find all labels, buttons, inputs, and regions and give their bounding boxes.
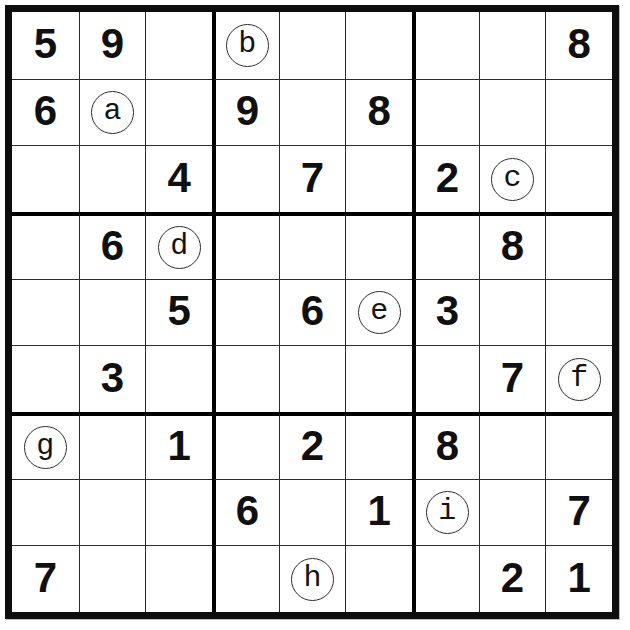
given-digit: 5 — [167, 290, 190, 332]
cell-r6c7[interactable] — [412, 345, 479, 412]
cell-r8c2[interactable] — [79, 479, 146, 546]
given-digit: 9 — [101, 23, 124, 65]
cell-r4c1[interactable] — [12, 212, 79, 279]
given-digit: 7 — [34, 557, 57, 599]
given-digit: 6 — [101, 225, 124, 267]
circled-letter-g: g — [24, 426, 67, 469]
sudoku-page: 59b86a98472c6d856e337fg12861i77h21 — [0, 0, 630, 630]
cell-r8c6[interactable]: 1 — [345, 479, 412, 546]
circled-letter-i: i — [426, 491, 469, 534]
given-digit: 1 — [167, 425, 190, 467]
cell-r3c5[interactable]: 7 — [279, 145, 346, 212]
given-digit: 6 — [301, 290, 324, 332]
cell-r2c9[interactable] — [545, 79, 612, 146]
cell-r1c1[interactable]: 5 — [12, 12, 79, 79]
cell-r7c8[interactable] — [479, 412, 546, 479]
cell-r5c3[interactable]: 5 — [145, 279, 212, 346]
cell-r1c3[interactable] — [145, 12, 212, 79]
cell-r7c2[interactable] — [79, 412, 146, 479]
cell-r8c4[interactable]: 6 — [212, 479, 279, 546]
circled-letter-d: d — [158, 226, 201, 269]
cell-r5c6[interactable]: e — [345, 279, 412, 346]
cell-r5c4[interactable] — [212, 279, 279, 346]
circled-letter-a: a — [91, 91, 134, 134]
cell-r4c6[interactable] — [345, 212, 412, 279]
cell-r9c9[interactable]: 1 — [545, 545, 612, 612]
cell-r2c5[interactable] — [279, 79, 346, 146]
given-digit: 1 — [567, 557, 590, 599]
cell-r8c1[interactable] — [12, 479, 79, 546]
cell-r3c7[interactable]: 2 — [412, 145, 479, 212]
cell-r8c8[interactable] — [479, 479, 546, 546]
cell-r8c3[interactable] — [145, 479, 212, 546]
cell-r9c4[interactable] — [212, 545, 279, 612]
given-digit: 2 — [301, 425, 324, 467]
cell-r9c6[interactable] — [345, 545, 412, 612]
cell-r7c1[interactable]: g — [12, 412, 79, 479]
given-digit: 7 — [501, 357, 524, 399]
cell-r2c1[interactable]: 6 — [12, 79, 79, 146]
cell-r9c8[interactable]: 2 — [479, 545, 546, 612]
cell-r2c4[interactable]: 9 — [212, 79, 279, 146]
cell-r9c3[interactable] — [145, 545, 212, 612]
cell-r3c6[interactable] — [345, 145, 412, 212]
cell-r6c9[interactable]: f — [545, 345, 612, 412]
cell-r1c8[interactable] — [479, 12, 546, 79]
cell-r7c7[interactable]: 8 — [412, 412, 479, 479]
sudoku-board: 59b86a98472c6d856e337fg12861i77h21 — [5, 5, 619, 619]
given-digit: 8 — [501, 225, 524, 267]
cell-r5c2[interactable] — [79, 279, 146, 346]
given-digit: 1 — [367, 490, 390, 532]
cell-r5c1[interactable] — [12, 279, 79, 346]
circled-letter-c: c — [491, 158, 534, 201]
cell-r4c3[interactable]: d — [145, 212, 212, 279]
cell-r4c5[interactable] — [279, 212, 346, 279]
cell-r6c5[interactable] — [279, 345, 346, 412]
cell-r3c2[interactable] — [79, 145, 146, 212]
cell-r5c5[interactable]: 6 — [279, 279, 346, 346]
circled-letter-b: b — [226, 24, 269, 67]
cell-r9c7[interactable] — [412, 545, 479, 612]
given-digit: 9 — [236, 90, 259, 132]
cell-r3c9[interactable] — [545, 145, 612, 212]
given-digit: 8 — [436, 425, 459, 467]
cell-r7c6[interactable] — [345, 412, 412, 479]
cell-r1c2[interactable]: 9 — [79, 12, 146, 79]
given-digit: 8 — [367, 90, 390, 132]
circled-letter-f: f — [558, 358, 601, 401]
cell-r2c7[interactable] — [412, 79, 479, 146]
cell-r8c5[interactable] — [279, 479, 346, 546]
cell-r4c2[interactable]: 6 — [79, 212, 146, 279]
cell-r2c3[interactable] — [145, 79, 212, 146]
cell-r8c9[interactable]: 7 — [545, 479, 612, 546]
cell-r6c2[interactable]: 3 — [79, 345, 146, 412]
cell-r6c6[interactable] — [345, 345, 412, 412]
given-digit: 5 — [34, 23, 57, 65]
cell-r2c8[interactable] — [479, 79, 546, 146]
given-digit: 3 — [101, 357, 124, 399]
circled-letter-e: e — [358, 291, 401, 334]
cell-r7c9[interactable] — [545, 412, 612, 479]
circled-letter-h: h — [291, 558, 334, 601]
cell-r4c4[interactable] — [212, 212, 279, 279]
given-digit: 6 — [34, 90, 57, 132]
given-digit: 7 — [301, 157, 324, 199]
cell-r6c8[interactable]: 7 — [479, 345, 546, 412]
given-digit: 4 — [167, 157, 190, 199]
cell-r6c3[interactable] — [145, 345, 212, 412]
cell-r6c1[interactable] — [12, 345, 79, 412]
cell-r6c4[interactable] — [212, 345, 279, 412]
cell-r4c9[interactable] — [545, 212, 612, 279]
given-digit: 7 — [567, 490, 590, 532]
cell-r3c4[interactable] — [212, 145, 279, 212]
cell-r1c7[interactable] — [412, 12, 479, 79]
cell-r7c5[interactable]: 2 — [279, 412, 346, 479]
cell-r1c5[interactable] — [279, 12, 346, 79]
cell-r7c3[interactable]: 1 — [145, 412, 212, 479]
cell-r7c4[interactable] — [212, 412, 279, 479]
given-digit: 2 — [436, 157, 459, 199]
cell-r9c1[interactable]: 7 — [12, 545, 79, 612]
given-digit: 8 — [567, 23, 590, 65]
cell-r3c3[interactable]: 4 — [145, 145, 212, 212]
cell-r1c6[interactable] — [345, 12, 412, 79]
given-digit: 6 — [236, 490, 259, 532]
cell-r3c8[interactable]: c — [479, 145, 546, 212]
cell-r4c7[interactable] — [412, 212, 479, 279]
cell-r8c7[interactable]: i — [412, 479, 479, 546]
given-digit: 2 — [501, 557, 524, 599]
cell-r9c5[interactable]: h — [279, 545, 346, 612]
cell-r5c9[interactable] — [545, 279, 612, 346]
cell-r1c9[interactable]: 8 — [545, 12, 612, 79]
cell-r5c7[interactable]: 3 — [412, 279, 479, 346]
cell-r4c8[interactable]: 8 — [479, 212, 546, 279]
cell-r3c1[interactable] — [12, 145, 79, 212]
cell-r9c2[interactable] — [79, 545, 146, 612]
cell-r2c6[interactable]: 8 — [345, 79, 412, 146]
cell-r5c8[interactable] — [479, 279, 546, 346]
cell-r1c4[interactable]: b — [212, 12, 279, 79]
cell-r2c2[interactable]: a — [79, 79, 146, 146]
given-digit: 3 — [436, 290, 459, 332]
